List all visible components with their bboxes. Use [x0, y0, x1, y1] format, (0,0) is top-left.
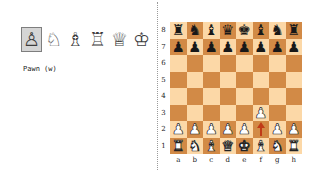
- rank-label-6: 6: [159, 55, 168, 72]
- square-b8[interactable]: ♞: [187, 22, 204, 39]
- rank-label-4: 4: [159, 88, 168, 105]
- square-f1[interactable]: ♝: [253, 138, 270, 155]
- file-label-d: d: [220, 155, 237, 165]
- white-pawn: ♟: [205, 121, 218, 138]
- piece-palette: ♙♘♗♖♕♔: [21, 27, 152, 52]
- palette-knight[interactable]: ♘: [43, 27, 64, 52]
- palette-rook[interactable]: ♖: [87, 27, 108, 52]
- square-e8[interactable]: ♚: [236, 22, 253, 39]
- square-c5[interactable]: [203, 72, 220, 89]
- square-e3[interactable]: [236, 105, 253, 122]
- black-pawn: ♟: [205, 39, 218, 56]
- white-pawn: ♟: [188, 121, 201, 138]
- square-d7[interactable]: ♟: [220, 39, 237, 56]
- square-h5[interactable]: [286, 72, 303, 89]
- board-area: ♜♞♝♛♚♝♞♜♟♟♟♟♟♟♟♟♟♟♟♟♟♟♟♟♜♞♝♛♚♝♞♜: [170, 22, 302, 154]
- palette-pawn-selected[interactable]: ♙: [21, 27, 42, 52]
- square-a8[interactable]: ♜: [170, 22, 187, 39]
- square-g5[interactable]: [269, 72, 286, 89]
- square-c8[interactable]: ♝: [203, 22, 220, 39]
- square-c2[interactable]: ♟: [203, 121, 220, 138]
- square-e1[interactable]: ♚: [236, 138, 253, 155]
- white-rook: ♜: [287, 138, 300, 155]
- square-h6[interactable]: [286, 55, 303, 72]
- black-pawn: ♟: [188, 39, 201, 56]
- white-queen: ♛: [221, 138, 234, 155]
- black-pawn: ♟: [238, 39, 251, 56]
- palette-bishop[interactable]: ♗: [65, 27, 86, 52]
- square-f4[interactable]: [253, 88, 270, 105]
- square-c3[interactable]: [203, 105, 220, 122]
- square-g8[interactable]: ♞: [269, 22, 286, 39]
- rank-label-2: 2: [159, 121, 168, 138]
- black-pawn: ♟: [271, 39, 284, 56]
- square-e5[interactable]: [236, 72, 253, 89]
- white-king: ♚: [238, 138, 251, 155]
- square-d1[interactable]: ♛: [220, 138, 237, 155]
- white-bishop: ♝: [205, 138, 218, 155]
- square-d2[interactable]: ♟: [220, 121, 237, 138]
- black-rook: ♜: [172, 22, 185, 39]
- square-g6[interactable]: [269, 55, 286, 72]
- black-rook: ♜: [287, 22, 300, 39]
- square-c4[interactable]: [203, 88, 220, 105]
- file-label-a: a: [170, 155, 187, 165]
- square-b6[interactable]: [187, 55, 204, 72]
- selected-piece-label: Pawn (w): [23, 65, 57, 73]
- square-a5[interactable]: [170, 72, 187, 89]
- square-f5[interactable]: [253, 72, 270, 89]
- white-rook: ♜: [172, 138, 185, 155]
- square-f6[interactable]: [253, 55, 270, 72]
- black-pawn: ♟: [221, 39, 234, 56]
- file-label-h: h: [286, 155, 303, 165]
- black-queen: ♛: [221, 22, 234, 39]
- rank-label-7: 7: [159, 39, 168, 56]
- black-bishop: ♝: [254, 22, 267, 39]
- file-label-c: c: [203, 155, 220, 165]
- file-label-b: b: [187, 155, 204, 165]
- black-king: ♚: [238, 22, 251, 39]
- square-e2[interactable]: ♟: [236, 121, 253, 138]
- black-bishop: ♝: [205, 22, 218, 39]
- black-knight: ♞: [188, 22, 201, 39]
- square-b1[interactable]: ♞: [187, 138, 204, 155]
- rank-labels: 87654321: [159, 22, 168, 154]
- square-d3[interactable]: [220, 105, 237, 122]
- file-labels: abcdefgh: [170, 155, 302, 165]
- black-knight: ♞: [271, 22, 284, 39]
- square-d6[interactable]: [220, 55, 237, 72]
- square-f7[interactable]: ♟: [253, 39, 270, 56]
- white-bishop: ♝: [254, 138, 267, 155]
- black-pawn: ♟: [287, 39, 300, 56]
- white-pawn: ♟: [221, 121, 234, 138]
- square-f3[interactable]: ♟: [253, 105, 270, 122]
- square-g7[interactable]: ♟: [269, 39, 286, 56]
- square-b4[interactable]: [187, 88, 204, 105]
- square-a3[interactable]: [170, 105, 187, 122]
- white-pawn: ♟: [172, 121, 185, 138]
- rank-label-8: 8: [159, 22, 168, 39]
- file-label-e: e: [236, 155, 253, 165]
- palette-queen[interactable]: ♕: [109, 27, 130, 52]
- square-b7[interactable]: ♟: [187, 39, 204, 56]
- black-pawn: ♟: [254, 39, 267, 56]
- rank-label-1: 1: [159, 138, 168, 155]
- square-h2[interactable]: ♟: [286, 121, 303, 138]
- square-a4[interactable]: [170, 88, 187, 105]
- rank-label-5: 5: [159, 72, 168, 89]
- file-label-f: f: [253, 155, 270, 165]
- white-pawn: ♟: [238, 121, 251, 138]
- square-d8[interactable]: ♛: [220, 22, 237, 39]
- white-knight: ♞: [188, 138, 201, 155]
- square-a1[interactable]: ♜: [170, 138, 187, 155]
- panel-separator: [157, 2, 158, 170]
- square-b3[interactable]: [187, 105, 204, 122]
- square-b5[interactable]: [187, 72, 204, 89]
- square-f2[interactable]: [253, 121, 270, 138]
- square-c6[interactable]: [203, 55, 220, 72]
- board: ♜♞♝♛♚♝♞♜♟♟♟♟♟♟♟♟♟♟♟♟♟♟♟♟♜♞♝♛♚♝♞♜: [170, 22, 302, 154]
- white-knight: ♞: [271, 138, 284, 155]
- square-h7[interactable]: ♟: [286, 39, 303, 56]
- file-label-g: g: [269, 155, 286, 165]
- white-pawn: ♟: [271, 121, 284, 138]
- palette-king[interactable]: ♔: [131, 27, 152, 52]
- square-c7[interactable]: ♟: [203, 39, 220, 56]
- square-c1[interactable]: ♝: [203, 138, 220, 155]
- square-g4[interactable]: [269, 88, 286, 105]
- white-pawn: ♟: [254, 105, 267, 122]
- square-e7[interactable]: ♟: [236, 39, 253, 56]
- square-d5[interactable]: [220, 72, 237, 89]
- white-pawn: ♟: [287, 121, 300, 138]
- square-a2[interactable]: ♟: [170, 121, 187, 138]
- black-pawn: ♟: [172, 39, 185, 56]
- square-h1[interactable]: ♜: [286, 138, 303, 155]
- square-e6[interactable]: [236, 55, 253, 72]
- square-h3[interactable]: [286, 105, 303, 122]
- square-h4[interactable]: [286, 88, 303, 105]
- square-g2[interactable]: ♟: [269, 121, 286, 138]
- rank-label-3: 3: [159, 105, 168, 122]
- square-a7[interactable]: ♟: [170, 39, 187, 56]
- square-g3[interactable]: [269, 105, 286, 122]
- square-d4[interactable]: [220, 88, 237, 105]
- chess-editor-screen: ♙♘♗♖♕♔ Pawn (w) 87654321 ♜♞♝♛♚♝♞♜♟♟♟♟♟♟♟…: [0, 0, 320, 180]
- square-f8[interactable]: ♝: [253, 22, 270, 39]
- square-g1[interactable]: ♞: [269, 138, 286, 155]
- square-h8[interactable]: ♜: [286, 22, 303, 39]
- square-e4[interactable]: [236, 88, 253, 105]
- square-a6[interactable]: [170, 55, 187, 72]
- square-b2[interactable]: ♟: [187, 121, 204, 138]
